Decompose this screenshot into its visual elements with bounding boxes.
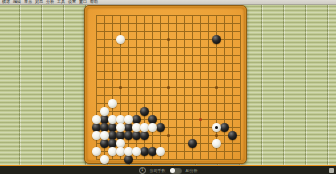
white-stone xyxy=(108,99,117,108)
white-stone xyxy=(212,139,221,148)
white-stone xyxy=(92,115,101,124)
black-stone xyxy=(188,139,197,148)
grip-icon[interactable] xyxy=(329,168,334,173)
black-stone xyxy=(140,131,149,140)
white-stone xyxy=(116,35,125,44)
black-stone xyxy=(124,155,133,164)
black-stone xyxy=(220,123,229,132)
white-stone xyxy=(116,123,125,132)
move-number-badge: 1 xyxy=(139,167,146,174)
white-stone xyxy=(100,131,109,140)
menu-item-0[interactable]: 棋谱 xyxy=(2,0,10,4)
go-board[interactable] xyxy=(87,8,244,161)
status-right-label: AI分析 xyxy=(186,168,198,173)
white-stone xyxy=(212,123,221,132)
black-stone xyxy=(156,123,165,132)
go-app-window: { "game": "go", "board": { "size": 19, "… xyxy=(0,0,336,174)
white-stone xyxy=(92,147,101,156)
menu-item-6[interactable]: 设置 xyxy=(68,0,76,4)
black-stone xyxy=(228,131,237,140)
status-left-label: 当前手数 xyxy=(150,168,166,173)
go-board-frame xyxy=(84,5,247,164)
menu-item-4[interactable]: 分析 xyxy=(46,0,54,4)
status-bar: 1 当前手数 AI分析 xyxy=(0,165,336,174)
menu-item-2[interactable]: 显示 xyxy=(24,0,32,4)
toggle-knob xyxy=(170,168,175,173)
menu-bar: 棋谱编辑显示对局分析工具设置窗口帮助 xyxy=(0,0,336,5)
white-stone xyxy=(156,147,165,156)
white-stone xyxy=(100,155,109,164)
white-stone xyxy=(100,107,109,116)
menu-item-1[interactable]: 编辑 xyxy=(13,0,21,4)
annotation-dot xyxy=(199,118,202,121)
stone-layer xyxy=(96,15,241,160)
status-center: 1 当前手数 AI分析 xyxy=(0,167,336,174)
white-stone xyxy=(132,147,141,156)
menu-item-8[interactable]: 帮助 xyxy=(90,0,98,4)
white-stone xyxy=(124,115,133,124)
analysis-toggle[interactable] xyxy=(170,168,182,174)
menu-item-5[interactable]: 工具 xyxy=(57,0,65,4)
white-stone xyxy=(148,123,157,132)
menu-item-3[interactable]: 对局 xyxy=(35,0,43,4)
menu-item-7[interactable]: 窗口 xyxy=(79,0,87,4)
black-stone xyxy=(212,35,221,44)
black-stone xyxy=(140,107,149,116)
last-move-marker xyxy=(215,126,218,129)
